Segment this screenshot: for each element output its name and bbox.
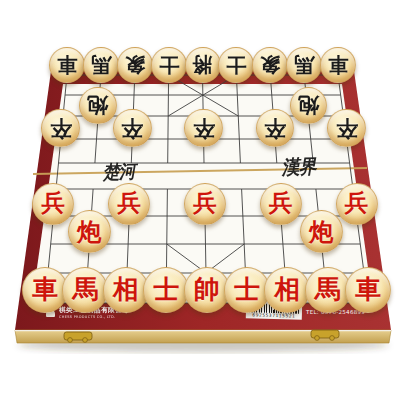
piece-black-soldier[interactable]: 卒 [184,109,223,148]
piece-black-soldier[interactable]: 卒 [327,109,366,148]
piece-red-soldier[interactable]: 兵 [108,183,150,225]
piece-red-horse[interactable]: 馬 [62,267,108,313]
piece-glyph: 士 [226,55,246,75]
piece-glyph: 炮 [77,220,101,244]
piece-red-soldier[interactable]: 兵 [184,183,226,225]
piece-glyph: 卒 [50,117,72,139]
pieces-layer: 車馬象士將士象馬車炮炮卒卒卒卒卒兵兵兵兵兵炮炮車馬相士帥士相馬車 [0,0,400,400]
piece-glyph: 兵 [269,192,293,216]
piece-black-horse[interactable]: 馬 [286,47,322,83]
piece-red-chariot[interactable]: 車 [345,267,391,313]
piece-glyph: 卒 [336,117,358,139]
piece-glyph: 兵 [345,192,369,216]
piece-red-general[interactable]: 帥 [184,267,230,313]
piece-black-elephant[interactable]: 象 [117,47,153,83]
piece-black-chariot[interactable]: 車 [49,47,85,83]
piece-glyph: 士 [234,277,260,303]
piece-glyph: 馬 [315,277,341,303]
piece-glyph: 馬 [91,55,111,75]
piece-glyph: 兵 [42,192,66,216]
piece-glyph: 炮 [298,95,319,116]
piece-glyph: 士 [159,55,179,75]
piece-red-elephant[interactable]: 相 [103,267,149,313]
piece-glyph: 馬 [294,55,314,75]
piece-red-soldier[interactable]: 兵 [32,183,74,225]
piece-black-soldier[interactable]: 卒 [113,109,152,148]
piece-glyph: 卒 [193,117,215,139]
piece-black-soldier[interactable]: 卒 [256,109,295,148]
piece-glyph: 士 [153,277,179,303]
piece-glyph: 兵 [117,192,141,216]
piece-red-advisor[interactable]: 士 [143,267,189,313]
piece-red-soldier[interactable]: 兵 [336,183,378,225]
piece-red-chariot[interactable]: 車 [22,267,68,313]
piece-glyph: 車 [57,55,77,75]
piece-glyph: 象 [125,55,145,75]
piece-red-horse[interactable]: 馬 [305,267,351,313]
piece-red-elephant[interactable]: 相 [264,267,310,313]
piece-red-soldier[interactable]: 兵 [260,183,302,225]
piece-black-advisor[interactable]: 士 [218,47,254,83]
piece-glyph: 將 [192,55,212,75]
piece-black-general[interactable]: 將 [185,47,221,83]
piece-black-soldier[interactable]: 卒 [41,109,80,148]
piece-glyph: 帥 [194,277,220,303]
piece-glyph: 相 [274,277,300,303]
piece-glyph: 炮 [87,95,108,116]
piece-glyph: 馬 [72,277,98,303]
piece-black-cannon[interactable]: 炮 [290,87,328,125]
xiangqi-set-photo: 楚河 漢界 棋类工艺制品有限公司 CHESS PRODUCTS CO., LTD… [0,0,400,400]
piece-glyph: 相 [113,277,139,303]
piece-black-advisor[interactable]: 士 [151,47,187,83]
piece-black-chariot[interactable]: 車 [320,47,356,83]
piece-glyph: 卒 [264,117,286,139]
piece-glyph: 炮 [309,220,333,244]
piece-glyph: 象 [260,55,280,75]
piece-glyph: 車 [328,55,348,75]
piece-red-advisor[interactable]: 士 [224,267,270,313]
piece-glyph: 車 [355,277,381,303]
piece-glyph: 卒 [121,117,143,139]
piece-glyph: 兵 [193,192,217,216]
piece-red-cannon[interactable]: 炮 [68,210,111,253]
piece-black-elephant[interactable]: 象 [252,47,288,83]
piece-red-cannon[interactable]: 炮 [300,210,343,253]
piece-black-horse[interactable]: 馬 [83,47,119,83]
piece-glyph: 車 [32,277,58,303]
piece-black-cannon[interactable]: 炮 [79,87,117,125]
